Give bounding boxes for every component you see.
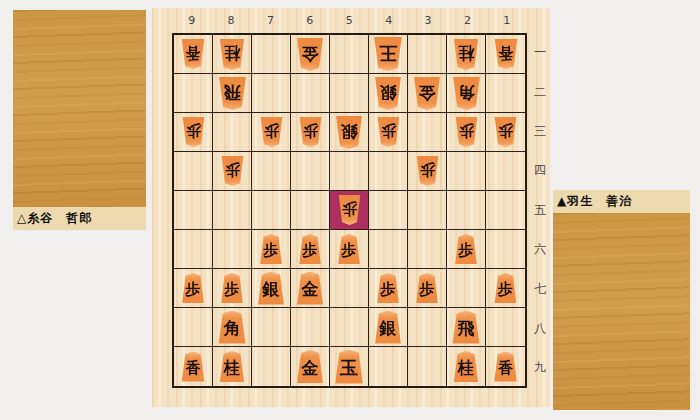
square-95[interactable] — [174, 191, 213, 230]
piece-kanji: 桂 — [224, 360, 240, 376]
rank-label: 六 — [530, 230, 550, 269]
square-61[interactable]: 金 — [291, 35, 330, 74]
square-15[interactable] — [486, 191, 525, 230]
rank-label: 七 — [530, 269, 550, 308]
square-46[interactable] — [369, 230, 408, 269]
square-28[interactable]: 飛 — [447, 308, 486, 347]
square-76[interactable]: 歩 — [252, 230, 291, 269]
piece-kanji: 香 — [186, 46, 201, 61]
square-66[interactable]: 歩 — [291, 230, 330, 269]
piece-gote-pawn[interactable]: 歩 — [415, 156, 440, 186]
square-47[interactable]: 歩 — [369, 269, 408, 308]
square-45[interactable] — [369, 191, 408, 230]
piece-kanji: 歩 — [420, 282, 435, 297]
square-27[interactable] — [447, 269, 486, 308]
square-98[interactable] — [174, 308, 213, 347]
file-label: 9 — [172, 8, 211, 34]
piece-kanji: 歩 — [420, 163, 435, 178]
square-88[interactable]: 角 — [213, 308, 252, 347]
square-14[interactable] — [486, 152, 525, 191]
piece-kanji: 角 — [458, 84, 475, 101]
square-11[interactable]: 香 — [486, 35, 525, 74]
piece-kanji: 金 — [302, 360, 319, 377]
file-label: 3 — [408, 8, 447, 34]
piece-gote-gold[interactable]: 金 — [412, 77, 442, 110]
piece-sente-pawn[interactable]: 歩 — [298, 234, 323, 264]
piece-gote-pawn[interactable]: 歩 — [220, 156, 245, 186]
square-81[interactable]: 桂 — [213, 35, 252, 74]
piece-sente-pawn[interactable]: 歩 — [259, 234, 284, 264]
piece-gote-pawn[interactable]: 歩 — [376, 117, 401, 147]
square-99[interactable]: 香 — [174, 347, 213, 386]
piece-kanji: 歩 — [498, 282, 513, 297]
piece-kanji: 飛 — [458, 320, 475, 337]
square-86[interactable] — [213, 230, 252, 269]
square-92[interactable] — [174, 74, 213, 113]
square-26[interactable]: 歩 — [447, 230, 486, 269]
piece-kanji: 桂 — [458, 45, 474, 61]
piece-kanji: 歩 — [498, 124, 513, 139]
shogi-board: 987654321 香桂金王桂香飛銀金角歩歩歩銀歩歩歩歩歩歩歩歩歩歩歩歩銀金歩歩… — [152, 8, 550, 407]
piece-kanji: 金 — [302, 281, 319, 298]
square-44[interactable] — [369, 152, 408, 191]
piece-kanji: 歩 — [264, 124, 279, 139]
square-54[interactable] — [330, 152, 369, 191]
square-38[interactable] — [408, 308, 447, 347]
square-33[interactable] — [408, 113, 447, 152]
rank-label: 一 — [530, 33, 550, 72]
gote-player-label: △糸谷 哲郎 — [13, 207, 146, 230]
square-58[interactable] — [330, 308, 369, 347]
square-52[interactable] — [330, 74, 369, 113]
square-56[interactable]: 歩 — [330, 230, 369, 269]
piece-sente-gold[interactable]: 金 — [295, 350, 325, 383]
piece-sente-rook[interactable]: 飛 — [451, 311, 482, 344]
square-96[interactable] — [174, 230, 213, 269]
piece-kanji: 銀 — [341, 123, 358, 140]
piece-kanji: 歩 — [264, 243, 279, 258]
piece-kanji: 歩 — [381, 124, 396, 139]
square-48[interactable]: 銀 — [369, 308, 408, 347]
square-39[interactable] — [408, 347, 447, 386]
square-59[interactable]: 玉 — [330, 347, 369, 386]
piece-gote-pawn[interactable]: 歩 — [493, 117, 518, 147]
piece-sente-pawn[interactable]: 歩 — [337, 234, 362, 264]
piece-gote-silver[interactable]: 銀 — [334, 116, 364, 149]
sente-komadai-tray — [553, 213, 690, 410]
square-36[interactable] — [408, 230, 447, 269]
square-42[interactable]: 銀 — [369, 74, 408, 113]
piece-kanji: 飛 — [224, 84, 241, 101]
piece-sente-pawn[interactable]: 歩 — [181, 273, 206, 303]
piece-sente-king[interactable]: 玉 — [333, 350, 365, 384]
square-91[interactable]: 香 — [174, 35, 213, 74]
piece-kanji: 歩 — [459, 243, 474, 258]
piece-kanji: 金 — [302, 45, 319, 62]
piece-kanji: 角 — [224, 320, 241, 337]
piece-kanji: 桂 — [224, 45, 240, 61]
piece-kanji: 銀 — [380, 320, 397, 337]
piece-kanji: 歩 — [186, 282, 201, 297]
square-82[interactable]: 飛 — [213, 74, 252, 113]
piece-gote-pawn[interactable]: 歩 — [298, 117, 323, 147]
piece-sente-pawn[interactable]: 歩 — [376, 273, 401, 303]
square-41[interactable]: 王 — [369, 35, 408, 74]
piece-kanji: 歩 — [225, 282, 240, 297]
square-22[interactable]: 角 — [447, 74, 486, 113]
square-21[interactable]: 桂 — [447, 35, 486, 74]
square-23[interactable]: 歩 — [447, 113, 486, 152]
piece-sente-pawn[interactable]: 歩 — [493, 273, 518, 303]
piece-kanji: 香 — [186, 361, 201, 376]
square-53[interactable]: 銀 — [330, 113, 369, 152]
piece-sente-silver[interactable]: 銀 — [256, 272, 286, 305]
file-label: 8 — [211, 8, 250, 34]
piece-kanji: 歩 — [186, 124, 201, 139]
piece-sente-lance[interactable]: 香 — [180, 352, 206, 382]
gote-komadai-tray — [13, 10, 146, 207]
gote-komadai: △糸谷 哲郎 — [13, 10, 146, 230]
file-label: 2 — [448, 8, 487, 34]
piece-kanji: 桂 — [458, 360, 474, 376]
piece-gote-lance[interactable]: 香 — [493, 39, 519, 69]
square-83[interactable] — [213, 113, 252, 152]
square-37[interactable]: 歩 — [408, 269, 447, 308]
sente-player-label: ▲羽生 善治 — [553, 190, 690, 213]
square-19[interactable]: 香 — [486, 347, 525, 386]
file-label: 1 — [487, 8, 526, 34]
piece-gote-pawn[interactable]: 歩 — [337, 195, 362, 225]
piece-kanji: 歩 — [381, 282, 396, 297]
piece-kanji: 金 — [419, 84, 436, 101]
file-label: 5 — [330, 8, 369, 34]
square-65[interactable] — [291, 191, 330, 230]
square-72[interactable] — [252, 74, 291, 113]
file-label: 4 — [369, 8, 408, 34]
square-84[interactable]: 歩 — [213, 152, 252, 191]
piece-sente-silver[interactable]: 銀 — [373, 311, 403, 344]
square-49[interactable] — [369, 347, 408, 386]
square-71[interactable] — [252, 35, 291, 74]
sente-komadai: ▲羽生 善治 — [553, 190, 690, 410]
square-62[interactable] — [291, 74, 330, 113]
square-57[interactable] — [330, 269, 369, 308]
square-64[interactable] — [291, 152, 330, 191]
piece-gote-knight[interactable]: 桂 — [452, 39, 480, 70]
rank-label: 八 — [530, 309, 550, 348]
square-13[interactable]: 歩 — [486, 113, 525, 152]
rank-label: 九 — [530, 348, 550, 387]
file-label: 7 — [251, 8, 290, 34]
piece-kanji: 歩 — [303, 124, 318, 139]
square-74[interactable] — [252, 152, 291, 191]
square-69[interactable]: 金 — [291, 347, 330, 386]
piece-sente-knight[interactable]: 桂 — [452, 351, 480, 382]
square-12[interactable] — [486, 74, 525, 113]
piece-gote-knight[interactable]: 桂 — [218, 39, 246, 70]
piece-kanji: 歩 — [342, 243, 357, 258]
board-grid: 香桂金王桂香飛銀金角歩歩歩銀歩歩歩歩歩歩歩歩歩歩歩歩銀金歩歩歩角銀飛香桂金玉桂香 — [172, 33, 527, 388]
piece-kanji: 銀 — [380, 84, 397, 101]
piece-kanji: 歩 — [459, 124, 474, 139]
piece-kanji: 香 — [498, 361, 513, 376]
piece-sente-pawn[interactable]: 歩 — [415, 273, 440, 303]
piece-sente-lance[interactable]: 香 — [493, 352, 519, 382]
square-25[interactable] — [447, 191, 486, 230]
piece-kanji: 香 — [498, 46, 513, 61]
piece-gote-rook[interactable]: 飛 — [217, 77, 248, 110]
square-75[interactable] — [252, 191, 291, 230]
piece-sente-pawn[interactable]: 歩 — [220, 273, 245, 303]
piece-gote-king[interactable]: 王 — [372, 37, 404, 71]
piece-gote-gold[interactable]: 金 — [295, 38, 325, 71]
square-85[interactable] — [213, 191, 252, 230]
square-67[interactable]: 金 — [291, 269, 330, 308]
piece-kanji: 歩 — [225, 163, 240, 178]
file-label: 6 — [290, 8, 329, 34]
square-34[interactable]: 歩 — [408, 152, 447, 191]
piece-sente-knight[interactable]: 桂 — [218, 351, 246, 382]
square-16[interactable] — [486, 230, 525, 269]
square-94[interactable] — [174, 152, 213, 191]
piece-gote-bishop[interactable]: 角 — [451, 77, 482, 110]
square-63[interactable]: 歩 — [291, 113, 330, 152]
piece-gote-pawn[interactable]: 歩 — [259, 117, 284, 147]
square-68[interactable] — [291, 308, 330, 347]
square-24[interactable] — [447, 152, 486, 191]
square-55[interactable]: 歩 — [330, 191, 369, 230]
piece-kanji: 歩 — [303, 243, 318, 258]
square-32[interactable]: 金 — [408, 74, 447, 113]
square-51[interactable] — [330, 35, 369, 74]
square-29[interactable]: 桂 — [447, 347, 486, 386]
square-77[interactable]: 銀 — [252, 269, 291, 308]
square-73[interactable]: 歩 — [252, 113, 291, 152]
rank-label: 五 — [530, 191, 550, 230]
piece-gote-pawn[interactable]: 歩 — [454, 117, 479, 147]
piece-sente-bishop[interactable]: 角 — [217, 311, 248, 344]
piece-kanji: 歩 — [342, 202, 357, 217]
piece-gote-lance[interactable]: 香 — [180, 39, 206, 69]
square-97[interactable]: 歩 — [174, 269, 213, 308]
piece-kanji: 王 — [379, 44, 397, 62]
square-89[interactable]: 桂 — [213, 347, 252, 386]
square-93[interactable]: 歩 — [174, 113, 213, 152]
square-17[interactable]: 歩 — [486, 269, 525, 308]
square-18[interactable] — [486, 308, 525, 347]
rank-label: 四 — [530, 151, 550, 190]
piece-gote-pawn[interactable]: 歩 — [181, 117, 206, 147]
square-79[interactable] — [252, 347, 291, 386]
file-labels: 987654321 — [172, 8, 527, 33]
piece-sente-gold[interactable]: 金 — [295, 272, 325, 305]
square-31[interactable] — [408, 35, 447, 74]
piece-kanji: 銀 — [263, 281, 280, 298]
piece-sente-pawn[interactable]: 歩 — [454, 234, 479, 264]
rank-labels: 一二三四五六七八九 — [530, 33, 550, 388]
square-78[interactable] — [252, 308, 291, 347]
square-35[interactable] — [408, 191, 447, 230]
square-87[interactable]: 歩 — [213, 269, 252, 308]
piece-kanji: 玉 — [340, 359, 358, 377]
piece-gote-silver[interactable]: 銀 — [373, 77, 403, 110]
square-43[interactable]: 歩 — [369, 113, 408, 152]
rank-label: 二 — [530, 72, 550, 111]
rank-label: 三 — [530, 112, 550, 151]
